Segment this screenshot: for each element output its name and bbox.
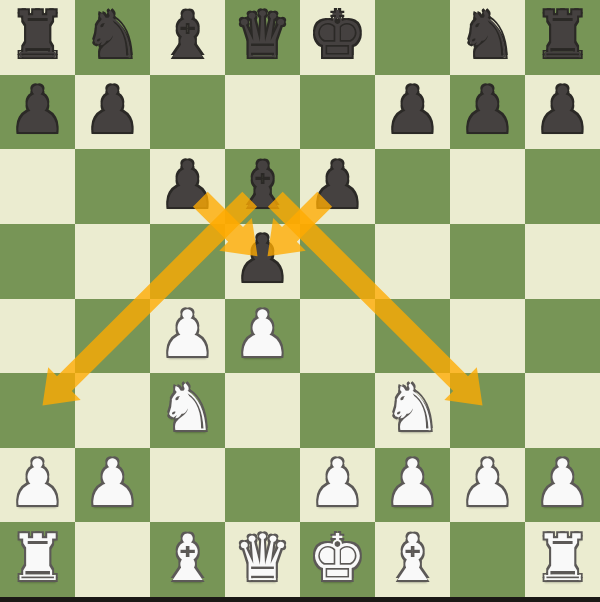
square-c8[interactable]: ♝ xyxy=(150,0,225,75)
square-g6[interactable] xyxy=(450,149,525,224)
white-pawn-d4[interactable]: ♟ xyxy=(234,302,291,366)
square-h5[interactable] xyxy=(525,224,600,299)
black-pawn-a7[interactable]: ♟ xyxy=(9,78,66,142)
white-pawn-f2[interactable]: ♟ xyxy=(384,451,441,515)
white-rook-a1[interactable]: ♜ xyxy=(9,526,66,590)
square-e5[interactable] xyxy=(300,224,375,299)
black-pawn-f7[interactable]: ♟ xyxy=(384,78,441,142)
square-a5[interactable] xyxy=(0,224,75,299)
square-f7[interactable]: ♟ xyxy=(375,75,450,150)
square-b7[interactable]: ♟ xyxy=(75,75,150,150)
square-e3[interactable] xyxy=(300,373,375,448)
white-bishop-f1[interactable]: ♝ xyxy=(384,526,441,590)
square-h4[interactable] xyxy=(525,299,600,374)
white-pawn-g2[interactable]: ♟ xyxy=(459,451,516,515)
black-bishop-c8[interactable]: ♝ xyxy=(159,3,216,67)
black-bishop-d6[interactable]: ♝ xyxy=(234,153,291,217)
square-d4[interactable]: ♟ xyxy=(225,299,300,374)
square-d1[interactable]: ♛ xyxy=(225,522,300,597)
square-b6[interactable] xyxy=(75,149,150,224)
square-d6[interactable]: ♝ xyxy=(225,149,300,224)
square-c5[interactable] xyxy=(150,224,225,299)
black-knight-b8[interactable]: ♞ xyxy=(84,3,141,67)
square-h7[interactable]: ♟ xyxy=(525,75,600,150)
square-e2[interactable]: ♟ xyxy=(300,448,375,523)
square-f4[interactable] xyxy=(375,299,450,374)
square-b8[interactable]: ♞ xyxy=(75,0,150,75)
square-f3[interactable]: ♞ xyxy=(375,373,450,448)
square-a4[interactable] xyxy=(0,299,75,374)
square-d7[interactable] xyxy=(225,75,300,150)
square-f6[interactable] xyxy=(375,149,450,224)
square-d5[interactable]: ♟ xyxy=(225,224,300,299)
white-pawn-a2[interactable]: ♟ xyxy=(9,451,66,515)
square-a7[interactable]: ♟ xyxy=(0,75,75,150)
square-d3[interactable] xyxy=(225,373,300,448)
square-a3[interactable] xyxy=(0,373,75,448)
white-pawn-b2[interactable]: ♟ xyxy=(84,451,141,515)
black-pawn-h7[interactable]: ♟ xyxy=(534,78,591,142)
board-grid[interactable]: ♜♞♝♛♚♞♜♟♟♟♟♟♟♝♟♟♟♟♞♞♟♟♟♟♟♟♜♝♛♚♝♜ xyxy=(0,0,600,597)
square-g5[interactable] xyxy=(450,224,525,299)
black-rook-h8[interactable]: ♜ xyxy=(534,3,591,67)
square-a6[interactable] xyxy=(0,149,75,224)
white-bishop-c1[interactable]: ♝ xyxy=(159,526,216,590)
square-h6[interactable] xyxy=(525,149,600,224)
square-c7[interactable] xyxy=(150,75,225,150)
square-c2[interactable] xyxy=(150,448,225,523)
square-f5[interactable] xyxy=(375,224,450,299)
black-rook-a8[interactable]: ♜ xyxy=(9,3,66,67)
square-c3[interactable]: ♞ xyxy=(150,373,225,448)
square-f2[interactable]: ♟ xyxy=(375,448,450,523)
black-pawn-d5[interactable]: ♟ xyxy=(234,227,291,291)
square-h8[interactable]: ♜ xyxy=(525,0,600,75)
square-e4[interactable] xyxy=(300,299,375,374)
square-b2[interactable]: ♟ xyxy=(75,448,150,523)
square-d8[interactable]: ♛ xyxy=(225,0,300,75)
square-e1[interactable]: ♚ xyxy=(300,522,375,597)
square-h2[interactable]: ♟ xyxy=(525,448,600,523)
white-pawn-c4[interactable]: ♟ xyxy=(159,302,216,366)
white-rook-h1[interactable]: ♜ xyxy=(534,526,591,590)
black-pawn-e6[interactable]: ♟ xyxy=(309,153,366,217)
white-pawn-e2[interactable]: ♟ xyxy=(309,451,366,515)
square-c6[interactable]: ♟ xyxy=(150,149,225,224)
square-f1[interactable]: ♝ xyxy=(375,522,450,597)
square-b4[interactable] xyxy=(75,299,150,374)
square-g8[interactable]: ♞ xyxy=(450,0,525,75)
square-g1[interactable] xyxy=(450,522,525,597)
black-pawn-c6[interactable]: ♟ xyxy=(159,153,216,217)
black-pawn-b7[interactable]: ♟ xyxy=(84,78,141,142)
white-pawn-h2[interactable]: ♟ xyxy=(534,451,591,515)
square-g7[interactable]: ♟ xyxy=(450,75,525,150)
white-queen-d1[interactable]: ♛ xyxy=(234,526,291,590)
black-king-e8[interactable]: ♚ xyxy=(309,3,366,67)
square-b3[interactable] xyxy=(75,373,150,448)
square-g4[interactable] xyxy=(450,299,525,374)
square-h1[interactable]: ♜ xyxy=(525,522,600,597)
window-edge xyxy=(0,597,600,602)
square-g3[interactable] xyxy=(450,373,525,448)
square-a2[interactable]: ♟ xyxy=(0,448,75,523)
square-d2[interactable] xyxy=(225,448,300,523)
square-h3[interactable] xyxy=(525,373,600,448)
square-a8[interactable]: ♜ xyxy=(0,0,75,75)
square-f8[interactable] xyxy=(375,0,450,75)
square-b1[interactable] xyxy=(75,522,150,597)
chess-board: ♜♞♝♛♚♞♜♟♟♟♟♟♟♝♟♟♟♟♞♞♟♟♟♟♟♟♜♝♛♚♝♜ xyxy=(0,0,600,597)
square-g2[interactable]: ♟ xyxy=(450,448,525,523)
square-e8[interactable]: ♚ xyxy=(300,0,375,75)
white-knight-f3[interactable]: ♞ xyxy=(384,376,441,440)
black-knight-g8[interactable]: ♞ xyxy=(459,3,516,67)
black-queen-d8[interactable]: ♛ xyxy=(234,3,291,67)
square-e7[interactable] xyxy=(300,75,375,150)
white-king-e1[interactable]: ♚ xyxy=(309,526,366,590)
square-e6[interactable]: ♟ xyxy=(300,149,375,224)
square-a1[interactable]: ♜ xyxy=(0,522,75,597)
white-knight-c3[interactable]: ♞ xyxy=(159,376,216,440)
square-c1[interactable]: ♝ xyxy=(150,522,225,597)
square-c4[interactable]: ♟ xyxy=(150,299,225,374)
black-pawn-g7[interactable]: ♟ xyxy=(459,78,516,142)
square-b5[interactable] xyxy=(75,224,150,299)
